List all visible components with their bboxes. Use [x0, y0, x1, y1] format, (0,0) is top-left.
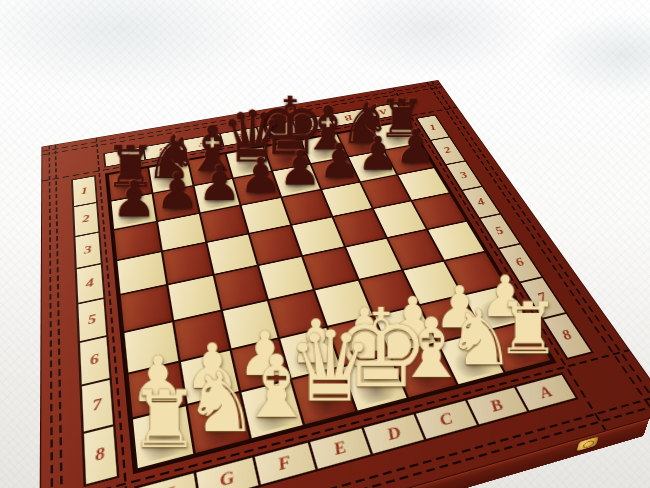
square-h5[interactable]: [121, 286, 172, 331]
piece-white-rook-h8[interactable]: ♜: [129, 381, 200, 460]
pinstripe: [49, 146, 55, 488]
photo-scene: HGFEDCBA HGFEDCBA 12345678 12345678 ♜♞♝♛…: [0, 0, 650, 488]
rank-label-3: 3: [75, 232, 100, 267]
file-label-c: C: [416, 401, 476, 439]
piece-black-pawn-c2[interactable]: ♟: [318, 137, 360, 184]
rank-label-5: 5: [480, 215, 519, 248]
rank-label-8: 8: [84, 426, 117, 484]
piece-black-pawn-g2[interactable]: ♟: [155, 166, 199, 215]
pawn-icon: ♟: [279, 144, 322, 192]
file-label-h: H: [137, 473, 198, 488]
pawn-icon: ♟: [395, 124, 436, 170]
chess-board: HGFEDCBA HGFEDCBA 12345678 12345678 ♜♞♝♛…: [41, 81, 650, 488]
rank-label-4: 4: [77, 264, 104, 302]
rank-label-4: 4: [463, 187, 500, 218]
pawn-icon: ♟: [198, 159, 242, 208]
piece-black-pawn-a2[interactable]: ♟: [395, 124, 436, 170]
rank-label-6: 6: [80, 337, 109, 384]
pawn-icon: ♟: [112, 174, 157, 224]
square-e3[interactable]: [242, 198, 290, 233]
piece-black-pawn-e2[interactable]: ♟: [239, 151, 282, 199]
file-label-g: G: [197, 458, 258, 488]
file-label-a: A: [516, 375, 576, 411]
square-g5[interactable]: [168, 276, 220, 320]
pinstripe: [55, 145, 65, 488]
rank-label-1: 1: [73, 176, 96, 206]
rank-label-2: 2: [74, 203, 98, 235]
rank-label-7: 7: [82, 379, 113, 431]
square-h2[interactable]: ♟: [111, 194, 155, 229]
pawn-icon: ♟: [318, 137, 360, 184]
rank-label-2: 2: [431, 138, 464, 164]
rank-label-3: 3: [446, 161, 481, 189]
file-label-b: B: [467, 388, 527, 425]
rank-label-5: 5: [78, 299, 106, 341]
square-e5[interactable]: [259, 257, 312, 299]
square-h8[interactable]: ♜: [133, 407, 193, 468]
file-label-d: D: [364, 414, 424, 453]
square-f3[interactable]: [200, 206, 248, 242]
piece-black-pawn-h2[interactable]: ♟: [112, 174, 157, 224]
pawn-icon: ♟: [239, 151, 282, 199]
pawn-icon: ♟: [155, 166, 199, 215]
perspective-wrapper: HGFEDCBA HGFEDCBA 12345678 12345678 ♜♞♝♛…: [0, 0, 650, 488]
file-label-e: E: [310, 428, 371, 469]
file-label-f: F: [254, 443, 315, 485]
square-f2[interactable]: ♟: [194, 179, 239, 212]
board-top-face: HGFEDCBA HGFEDCBA 12345678 12345678 ♜♞♝♛…: [41, 81, 650, 488]
piece-black-pawn-b2[interactable]: ♟: [357, 130, 399, 176]
square-f4[interactable]: [207, 235, 257, 274]
square-g2[interactable]: ♟: [153, 186, 198, 220]
rook-icon: ♜: [129, 381, 200, 460]
piece-black-pawn-f2[interactable]: ♟: [198, 159, 242, 208]
square-g3[interactable]: [158, 214, 205, 251]
piece-black-pawn-d2[interactable]: ♟: [279, 144, 322, 192]
brass-clasp-icon[interactable]: [576, 436, 598, 451]
pawn-icon: ♟: [357, 130, 399, 176]
